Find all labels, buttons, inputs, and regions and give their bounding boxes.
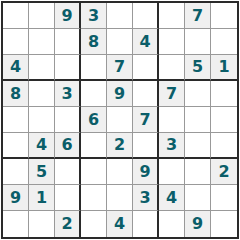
cell-r7c8[interactable] — [185, 159, 211, 185]
cell-r2c4[interactable]: 8 — [81, 29, 107, 55]
cell-r5c4[interactable]: 6 — [81, 107, 107, 133]
cell-r3c3[interactable] — [55, 55, 81, 81]
cell-r3c2[interactable] — [29, 55, 55, 81]
cell-r4c8[interactable] — [185, 81, 211, 107]
cell-r8c9[interactable] — [211, 185, 237, 211]
cell-r6c8[interactable] — [185, 133, 211, 159]
cell-r1c1[interactable] — [3, 3, 29, 29]
cell-r2c3[interactable] — [55, 29, 81, 55]
cell-r6c9[interactable] — [211, 133, 237, 159]
cell-r2c8[interactable] — [185, 29, 211, 55]
cell-r6c1[interactable] — [3, 133, 29, 159]
sudoku-board: 93784475183976746235929134249 — [1, 1, 239, 239]
cell-r7c6[interactable]: 9 — [133, 159, 159, 185]
cell-r3c5[interactable]: 7 — [107, 55, 133, 81]
cell-r3c8[interactable]: 5 — [185, 55, 211, 81]
cell-r2c7[interactable] — [159, 29, 185, 55]
cell-r8c7[interactable]: 4 — [159, 185, 185, 211]
cell-r9c2[interactable] — [29, 211, 55, 237]
cell-r9c5[interactable]: 4 — [107, 211, 133, 237]
cell-r7c2[interactable]: 5 — [29, 159, 55, 185]
cell-r9c7[interactable] — [159, 211, 185, 237]
cell-r6c3[interactable]: 6 — [55, 133, 81, 159]
cell-r3c4[interactable] — [81, 55, 107, 81]
cell-r5c3[interactable] — [55, 107, 81, 133]
cell-r6c4[interactable] — [81, 133, 107, 159]
cell-r2c6[interactable]: 4 — [133, 29, 159, 55]
cell-r4c1[interactable]: 8 — [3, 81, 29, 107]
cell-r4c5[interactable]: 9 — [107, 81, 133, 107]
cell-r4c6[interactable] — [133, 81, 159, 107]
cell-r8c4[interactable] — [81, 185, 107, 211]
cell-r6c2[interactable]: 4 — [29, 133, 55, 159]
cell-r7c4[interactable] — [81, 159, 107, 185]
cell-r8c1[interactable]: 9 — [3, 185, 29, 211]
cell-r5c7[interactable] — [159, 107, 185, 133]
cell-r1c6[interactable] — [133, 3, 159, 29]
cell-r3c1[interactable]: 4 — [3, 55, 29, 81]
cell-r8c5[interactable] — [107, 185, 133, 211]
cell-r4c7[interactable]: 7 — [159, 81, 185, 107]
cell-r1c7[interactable] — [159, 3, 185, 29]
cell-r7c9[interactable]: 2 — [211, 159, 237, 185]
cell-r6c6[interactable] — [133, 133, 159, 159]
cell-r8c8[interactable] — [185, 185, 211, 211]
cell-r8c2[interactable]: 1 — [29, 185, 55, 211]
cell-r3c9[interactable]: 1 — [211, 55, 237, 81]
cell-r4c9[interactable] — [211, 81, 237, 107]
cell-r4c3[interactable]: 3 — [55, 81, 81, 107]
cell-r7c5[interactable] — [107, 159, 133, 185]
cell-r5c2[interactable] — [29, 107, 55, 133]
cell-r9c9[interactable] — [211, 211, 237, 237]
cell-r3c6[interactable] — [133, 55, 159, 81]
cell-r8c6[interactable]: 3 — [133, 185, 159, 211]
cell-r1c9[interactable] — [211, 3, 237, 29]
cell-r6c7[interactable]: 3 — [159, 133, 185, 159]
cell-r5c6[interactable]: 7 — [133, 107, 159, 133]
cell-r7c1[interactable] — [3, 159, 29, 185]
cell-r9c8[interactable]: 9 — [185, 211, 211, 237]
cell-r3c7[interactable] — [159, 55, 185, 81]
cell-r5c8[interactable] — [185, 107, 211, 133]
cell-r5c1[interactable] — [3, 107, 29, 133]
cell-r7c3[interactable] — [55, 159, 81, 185]
cell-r5c5[interactable] — [107, 107, 133, 133]
cell-r2c5[interactable] — [107, 29, 133, 55]
cell-r5c9[interactable] — [211, 107, 237, 133]
cell-r1c4[interactable]: 3 — [81, 3, 107, 29]
cell-r4c2[interactable] — [29, 81, 55, 107]
cell-r4c4[interactable] — [81, 81, 107, 107]
cell-r1c5[interactable] — [107, 3, 133, 29]
cell-r1c3[interactable]: 9 — [55, 3, 81, 29]
cell-r2c9[interactable] — [211, 29, 237, 55]
cell-r6c5[interactable]: 2 — [107, 133, 133, 159]
cell-r7c7[interactable] — [159, 159, 185, 185]
cell-r1c8[interactable]: 7 — [185, 3, 211, 29]
cell-r9c4[interactable] — [81, 211, 107, 237]
cell-r8c3[interactable] — [55, 185, 81, 211]
cell-r2c1[interactable] — [3, 29, 29, 55]
cell-r9c6[interactable] — [133, 211, 159, 237]
cell-r1c2[interactable] — [29, 3, 55, 29]
cell-r9c1[interactable] — [3, 211, 29, 237]
cell-r2c2[interactable] — [29, 29, 55, 55]
cell-r9c3[interactable]: 2 — [55, 211, 81, 237]
